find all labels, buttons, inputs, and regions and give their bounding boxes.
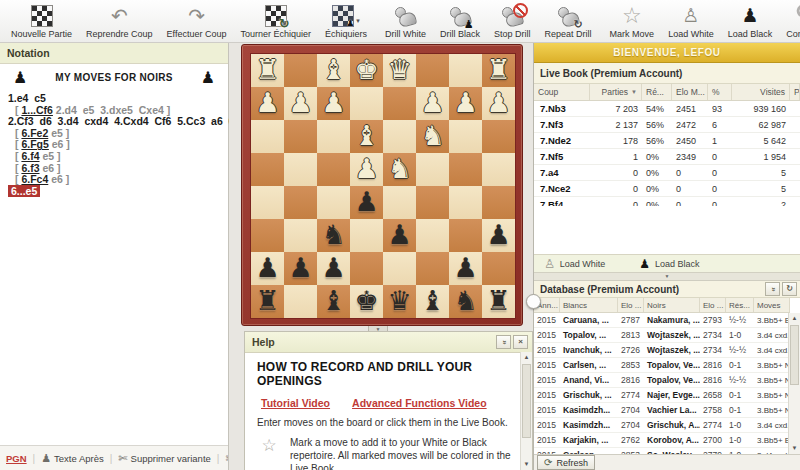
- white-pawn-icon: ♙: [544, 258, 555, 270]
- database-cell: Grischuk, A...: [644, 418, 700, 432]
- livebook-cell: 93: [708, 101, 732, 116]
- square-d7[interactable]: [383, 252, 416, 285]
- square-g5[interactable]: [284, 186, 317, 219]
- square-d1[interactable]: ♛: [383, 54, 416, 87]
- livebook-column-header[interactable]: Elo M...: [672, 84, 708, 100]
- toolbar-label: Drill Black: [440, 29, 480, 39]
- footer-divider: |: [110, 453, 113, 464]
- white-pawn: ♟: [482, 87, 515, 120]
- arm-icon: [394, 6, 417, 27]
- livebook-column-header[interactable]: Visites: [732, 84, 790, 100]
- marked-move[interactable]: 6.f3: [21, 162, 39, 174]
- livebook-cell: 7.Bf4: [534, 197, 590, 206]
- database-cell: ½-½: [726, 343, 754, 357]
- livebook-cell: 0: [708, 181, 732, 196]
- square-b1[interactable]: [449, 54, 482, 87]
- scroll-up-icon[interactable]: ▲: [521, 352, 532, 363]
- livebook-row[interactable]: 7.Nde217856%245015 642: [534, 133, 800, 149]
- database-cell: 2015: [534, 328, 560, 342]
- move-text: e5 ]: [40, 150, 61, 162]
- database-cell: 2726: [618, 343, 644, 357]
- database-cell: 3.Bb5+ N...: [754, 388, 790, 402]
- livebook-cell: 0: [708, 149, 732, 164]
- marked-move[interactable]: 1...Cf6: [21, 104, 53, 116]
- square-g3[interactable]: [284, 120, 317, 153]
- load-black-button[interactable]: ♟ Load Black: [639, 258, 699, 270]
- help-scrollbar[interactable]: ▲ ▼: [520, 352, 532, 470]
- load-buttons-row: ♙ Load White ♟ Load Black: [534, 254, 800, 272]
- drill-black-button[interactable]: ♟Drill Black: [433, 0, 487, 42]
- square-a4[interactable]: [482, 153, 515, 186]
- database-row[interactable]: 2015Caruana, ...2787Nakamura, ...2793½-½…: [534, 313, 790, 328]
- livebook-cell: 7.Nde2: [534, 133, 590, 148]
- black-knight: ♞: [449, 285, 482, 318]
- collapse-button[interactable]: »: [496, 335, 511, 349]
- right-panel: BIENVENUE, LEFOU Live Book (Premium Acco…: [533, 43, 800, 470]
- square-a5[interactable]: [482, 186, 515, 219]
- square-g8[interactable]: [284, 285, 317, 318]
- toolbar-label: Reprendre Coup: [86, 29, 153, 39]
- toolbar-label: Échiquiers: [325, 29, 367, 39]
- welcome-banner: BIENVENUE, LEFOU: [534, 43, 800, 63]
- livebook-cell: 7.Nf3: [534, 117, 590, 132]
- scroll-up-icon[interactable]: ▲: [789, 313, 800, 324]
- database-cell: Carlsen, ...: [560, 358, 618, 372]
- close-icon: ×: [518, 338, 523, 346]
- database-cell: Kasimdzh...: [560, 418, 618, 432]
- square-g4[interactable]: [284, 153, 317, 186]
- toolbar-label: Load White: [668, 29, 714, 39]
- scroll-down-icon[interactable]: ▼: [789, 443, 800, 454]
- database-column-header[interactable]: Elo ...: [700, 298, 726, 312]
- notation-line: 6...e5: [8, 186, 220, 198]
- livebook-cell: 1 954: [732, 149, 790, 164]
- square-f2[interactable]: ♟: [317, 87, 350, 120]
- key-icon: [790, 1, 800, 31]
- square-f5[interactable]: [317, 186, 350, 219]
- livebook-cell: 56%: [642, 117, 672, 132]
- load-black-button[interactable]: ♟Load Black: [721, 0, 780, 42]
- livebook-cell: 7 203: [590, 101, 642, 116]
- square-c6[interactable]: [416, 219, 449, 252]
- database-cell: 3.Bb5+ N...: [754, 373, 790, 387]
- square-e3[interactable]: ♝: [350, 120, 383, 153]
- livebook-cell: 0%: [642, 197, 672, 206]
- square-d5[interactable]: [383, 186, 416, 219]
- shade-icon: »: [499, 340, 507, 343]
- livebook-column-header[interactable]: Ré...: [642, 84, 672, 100]
- help-content: HOW TO RECORD AND DRILL YOUR OPENINGS Tu…: [245, 352, 521, 470]
- database-cell: So, Wesley: [644, 448, 700, 454]
- panel-splitter-handle[interactable]: [526, 294, 541, 309]
- mark-move-button[interactable]: ☆Mark Move: [603, 0, 662, 42]
- current-move[interactable]: 6...e5: [8, 185, 40, 197]
- square-a7[interactable]: [482, 252, 515, 285]
- database-cell: 2704: [618, 403, 644, 417]
- delete-variation-button[interactable]: ✄Supprimer variante: [118, 452, 210, 465]
- livebook-row[interactable]: 7.a400%005: [534, 165, 800, 181]
- square-a2[interactable]: ♟: [482, 87, 515, 120]
- livebook-column-header[interactable]: Players: [790, 84, 800, 100]
- database-cell: 2015: [534, 418, 560, 432]
- help-links: Tutorial VideoAdvanced Functions Video: [261, 397, 513, 409]
- livebook-cell: 0%: [642, 165, 672, 180]
- pgn-button[interactable]: PGN: [6, 453, 27, 464]
- shade-icon: »: [768, 287, 776, 290]
- database-cell: 2704: [618, 418, 644, 432]
- square-d8[interactable]: ♛: [383, 285, 416, 318]
- move-text: e6 ]: [40, 162, 61, 174]
- database-cell: 2015: [534, 358, 560, 372]
- database-cell: 2734: [700, 343, 726, 357]
- pawn-text-icon: ♟: [41, 452, 51, 465]
- move-text: e6 ]: [49, 138, 70, 150]
- square-e5[interactable]: ♟: [350, 186, 383, 219]
- database-cell: 1-0: [726, 328, 754, 342]
- square-f4[interactable]: [317, 153, 350, 186]
- database-cell: 2853: [618, 358, 644, 372]
- database-cell: Caruana, ...: [560, 313, 618, 327]
- database-cell: 2015: [534, 388, 560, 402]
- database-row[interactable]: 2015Kasimdzh...2704Vachier La...27580-13…: [534, 403, 790, 418]
- notation-line: [ 6.Fc4 e6 ]: [8, 174, 220, 186]
- square-b8[interactable]: ♞: [449, 285, 482, 318]
- square-f3[interactable]: [317, 120, 350, 153]
- white-pawn: ♟: [350, 153, 383, 186]
- square-b6[interactable]: [449, 219, 482, 252]
- square-f6[interactable]: ♞: [317, 219, 350, 252]
- white-king: ♚: [350, 54, 383, 87]
- livebook-cell: 2451: [672, 101, 708, 116]
- collapse-button[interactable]: »: [765, 282, 780, 296]
- square-b2[interactable]: ♟: [449, 87, 482, 120]
- database-cell: 2779: [700, 448, 726, 454]
- help-bullet-text: Mark a move to add it to your White or B…: [290, 436, 513, 470]
- database-row[interactable]: 2015Karjakin, ...2762Korobov, A...27001-…: [534, 433, 790, 448]
- right-splitter-handle[interactable]: ▼: [534, 272, 800, 281]
- square-b4[interactable]: [449, 153, 482, 186]
- load-black-label: Load Black: [655, 259, 700, 269]
- square-b7[interactable]: ♟: [449, 252, 482, 285]
- arm-stop-icon: [501, 6, 524, 27]
- database-scrollbar[interactable]: ▲ ▼: [788, 313, 800, 454]
- livebook-cell: 2 137: [590, 117, 642, 132]
- marked-move[interactable]: 6.Fc4: [21, 173, 48, 185]
- livebook-cell: 5 642: [732, 133, 790, 148]
- load-white-button[interactable]: ♙ Load White: [544, 258, 605, 270]
- square-e7[interactable]: [350, 252, 383, 285]
- scroll-thumb[interactable]: [522, 364, 531, 438]
- white-bishop: ♝: [350, 120, 383, 153]
- help-title: Help: [252, 336, 275, 348]
- database-column-header[interactable]: Rés...: [726, 298, 754, 312]
- square-a8[interactable]: ♜: [482, 285, 515, 318]
- chess-board: ♜♝♚♛♜♟♟♟♟♟♟♝♞♟♞♟♞♟♟♟♟♟♟♜♝♚♛♝♞♜: [241, 44, 523, 326]
- marked-move[interactable]: 6.f4: [21, 150, 39, 162]
- black-pawn: ♟: [317, 252, 350, 285]
- livebook-row[interactable]: 7.Nce200%005: [534, 181, 800, 197]
- drill-white-button[interactable]: Drill White: [378, 0, 433, 42]
- square-c3[interactable]: ♞: [416, 120, 449, 153]
- black-queen: ♛: [383, 285, 416, 318]
- square-d2[interactable]: [383, 87, 416, 120]
- database-cell: 3.Bb5+ B...: [754, 313, 790, 327]
- boards-button[interactable]: ♟▾Échiquiers: [318, 0, 374, 42]
- livebook-cell: 2: [732, 197, 790, 206]
- database-column-header[interactable]: Moves: [754, 298, 790, 312]
- database-cell: 2015: [534, 373, 560, 387]
- square-c4[interactable]: [416, 153, 449, 186]
- toolbar-label: Drill White: [385, 29, 426, 39]
- livebook-cell: 939 160: [732, 101, 790, 116]
- square-c7[interactable]: [416, 252, 449, 285]
- database-cell: Topalov, Ve...: [644, 373, 700, 387]
- square-d3[interactable]: [383, 120, 416, 153]
- white-rook: ♜: [251, 54, 284, 87]
- database-cell: 2015: [534, 403, 560, 417]
- square-f1[interactable]: ♝: [317, 54, 350, 87]
- square-h7[interactable]: ♟: [251, 252, 284, 285]
- database-title: Database (Premium Account) » ↻: [534, 281, 800, 298]
- black-rook: ♜: [482, 285, 515, 318]
- square-g1[interactable]: [284, 54, 317, 87]
- square-h5[interactable]: [251, 186, 284, 219]
- database-cell: Karjakin, ...: [560, 433, 618, 447]
- help-link[interactable]: Advanced Functions Video: [352, 397, 487, 409]
- repertoire-header: MY MOVES FOR NOIRS: [0, 64, 228, 91]
- toolbar-label: Tourner Échiquier: [240, 29, 311, 39]
- help-link[interactable]: Tutorial Video: [261, 397, 330, 409]
- refresh-button[interactable]: ⟳ Refresh: [537, 455, 595, 470]
- scroll-down-icon[interactable]: ▼: [521, 459, 532, 470]
- square-e4[interactable]: ♟: [350, 153, 383, 186]
- database-column-header[interactable]: Blancs: [560, 298, 618, 312]
- help-titlebar: Help » ×: [245, 332, 532, 353]
- database-cell: 2793: [700, 313, 726, 327]
- database-cell: ½-½: [726, 373, 754, 387]
- database-cell: ½-½: [726, 313, 754, 327]
- database-cell: 2816: [700, 373, 726, 387]
- notation-footer-toolbar: PGN|♟Texte Après|✄Supprimer variante|✂Co…: [0, 445, 228, 470]
- square-d4[interactable]: ♞: [383, 153, 416, 186]
- database-cell: 2015: [534, 448, 560, 454]
- black-bishop: ♝: [416, 285, 449, 318]
- square-g7[interactable]: ♟: [284, 252, 317, 285]
- database-cell: 2658: [700, 388, 726, 402]
- database-footer: ⟳ Refresh: [534, 454, 800, 470]
- livebook-cell: 6: [708, 117, 732, 132]
- notation-panel: Notation MY MOVES FOR NOIRS 1.e4 c5[ 1..…: [0, 43, 229, 470]
- square-a6[interactable]: ♟: [482, 219, 515, 252]
- marked-move[interactable]: 6.Fe2: [21, 127, 48, 139]
- square-h8[interactable]: ♜: [251, 285, 284, 318]
- livebook-row[interactable]: 7.Nb37 20354%245193939 160: [534, 101, 800, 117]
- arrow-undo-icon: ↶: [111, 5, 128, 27]
- load-white-label: Load White: [560, 259, 606, 269]
- help-heading: HOW TO RECORD AND DRILL YOUR OPENINGS: [257, 360, 513, 388]
- livebook-row[interactable]: 7.Nf32 13756%2472662 987: [534, 117, 800, 133]
- square-f8[interactable]: ♝: [317, 285, 350, 318]
- toolbar-label: Nouvelle Partie: [11, 29, 72, 39]
- database-cell: 2762: [618, 433, 644, 447]
- board-bw-icon: [31, 5, 53, 27]
- livebook-cell: 0: [672, 197, 708, 206]
- database-row[interactable]: 2015Anand, Vi...2816Topalov, Ve...2816½-…: [534, 373, 790, 388]
- square-c2[interactable]: ♟: [416, 87, 449, 120]
- square-a1[interactable]: ♜: [482, 54, 515, 87]
- text-after-button[interactable]: ♟Texte Après: [41, 452, 104, 465]
- livebook-row[interactable]: 7.Nf510%234901 954: [534, 149, 800, 165]
- database-cell: Vachier La...: [644, 403, 700, 417]
- connect-button[interactable]: ▾Connecter: [779, 0, 800, 42]
- make-move-button[interactable]: ↷Effectuer Coup: [160, 0, 234, 42]
- database-row[interactable]: 2015Grischuk, ...2774Najer, Evge...26580…: [534, 388, 790, 403]
- black-bishop: ♝: [317, 285, 350, 318]
- database-cell: 2734: [700, 328, 726, 342]
- livebook-cell: [790, 149, 800, 164]
- square-h6[interactable]: [251, 219, 284, 252]
- square-h3[interactable]: [251, 120, 284, 153]
- marked-move[interactable]: 6.Fg5: [21, 138, 48, 150]
- livebook-cell: 62 987: [732, 117, 790, 132]
- toolbar-label: Load Black: [728, 29, 773, 39]
- scroll-thumb[interactable]: [790, 325, 799, 385]
- livebook-cell: 7.Nf5: [534, 149, 590, 164]
- database-cell: 0-1: [726, 388, 754, 402]
- toolbar-label: Stop Drill: [494, 29, 531, 39]
- database-cell: Ivanchuk, ...: [560, 343, 618, 357]
- toolbar-label: Mark Move: [610, 29, 655, 39]
- black-pawn: ♟: [251, 252, 284, 285]
- star-icon: ☆: [622, 5, 642, 27]
- livebook-cell: 0: [590, 197, 642, 206]
- square-c1[interactable]: [416, 54, 449, 87]
- livebook-cell: 178: [590, 133, 642, 148]
- database-column-header[interactable]: Noirs: [644, 298, 700, 312]
- livebook-row[interactable]: 7.Bf400%002: [534, 197, 800, 206]
- white-bishop: ♝: [317, 54, 350, 87]
- board-area: ♜♝♚♛♜♟♟♟♟♟♟♝♞♟♞♟♞♟♟♟♟♟♟♜♝♚♛♝♞♜ ▼ Help » …: [229, 43, 533, 470]
- square-g2[interactable]: ♟: [284, 87, 317, 120]
- white-pawn: ♟: [416, 87, 449, 120]
- take-back-move-button[interactable]: ↶Reprendre Coup: [79, 0, 160, 42]
- main-toolbar: Nouvelle Partie↶Reprendre Coup↷Effectuer…: [0, 0, 800, 43]
- database-cell: 3.d4 cxd...: [754, 418, 790, 432]
- database-cell: 3.d4 cxd...: [754, 328, 790, 342]
- livebook-cell: 56%: [642, 133, 672, 148]
- square-h2[interactable]: ♟: [251, 87, 284, 120]
- cut-variation-button[interactable]: ✂Couper variante: [225, 452, 228, 465]
- livebook-cell: 2472: [672, 117, 708, 132]
- load-white-button[interactable]: ♙Load White: [661, 0, 721, 42]
- square-d6[interactable]: ♟: [383, 219, 416, 252]
- square-e2[interactable]: [350, 87, 383, 120]
- square-e8[interactable]: ♚: [350, 285, 383, 318]
- livebook-cell: [790, 197, 800, 206]
- white-knight: ♞: [416, 120, 449, 153]
- livebook-cell: 0%: [642, 149, 672, 164]
- square-b5[interactable]: [449, 186, 482, 219]
- square-e1[interactable]: ♚: [350, 54, 383, 87]
- livebook-cell: 2349: [672, 149, 708, 164]
- livebook-cell: 1: [708, 133, 732, 148]
- square-a3[interactable]: [482, 120, 515, 153]
- livebook-cell: [790, 181, 800, 196]
- white-pawn: ♟: [449, 87, 482, 120]
- database-cell: 2700: [700, 433, 726, 447]
- footer-divider: |: [217, 453, 220, 464]
- footer-label: Supprimer variante: [131, 453, 211, 464]
- black-pawn: ♟: [449, 252, 482, 285]
- database-row[interactable]: 2015Ivanchuk, ...2726Wojtaszek, ...2734½…: [534, 343, 790, 358]
- repeat-drill-button[interactable]: ↻Repeat Drill: [538, 0, 599, 42]
- livebook-cell: 7.Nb3: [534, 101, 590, 116]
- stop-drill-button[interactable]: Stop Drill: [487, 0, 538, 42]
- close-button[interactable]: ×: [513, 335, 528, 349]
- square-g6[interactable]: [284, 219, 317, 252]
- database-cell: 3.d4 cxd...: [754, 343, 790, 357]
- livebook-cell: 0: [590, 181, 642, 196]
- help-intro: Enter moves on the board or click them i…: [257, 417, 513, 428]
- prune-icon: ✄: [118, 452, 127, 465]
- board-grid: ♜♝♚♛♜♟♟♟♟♟♟♝♞♟♞♟♞♟♟♟♟♟♟♜♝♚♛♝♞♜: [250, 53, 516, 319]
- database-row[interactable]: 2015Carlsen, ...2853Topalov, Ve...28160-…: [534, 358, 790, 373]
- livebook-cell: 1: [590, 149, 642, 164]
- refresh-icon-button[interactable]: ↻: [782, 282, 797, 296]
- database-cell: 2813: [618, 328, 644, 342]
- new-game-button[interactable]: Nouvelle Partie: [4, 0, 79, 42]
- tab-notation[interactable]: Notation: [0, 43, 228, 64]
- square-h4[interactable]: [251, 153, 284, 186]
- database-cell: Kasimdzh...: [560, 403, 618, 417]
- square-c8[interactable]: ♝: [416, 285, 449, 318]
- livebook-column-header[interactable]: %: [708, 84, 732, 100]
- square-e6[interactable]: [350, 219, 383, 252]
- database-cell: 2816: [618, 373, 644, 387]
- livebook-cell: 0: [672, 165, 708, 180]
- database-cell: 0-1: [726, 403, 754, 417]
- database-cell: 1-0: [726, 448, 754, 454]
- database-column-header[interactable]: Elo ...: [618, 298, 644, 312]
- toolbar-label: Repeat Drill: [545, 29, 592, 39]
- scissors-icon: ✂: [225, 452, 228, 465]
- square-h1[interactable]: ♜: [251, 54, 284, 87]
- black-pawn-icon: [13, 68, 27, 87]
- database-cell: Anand, Vi...: [560, 373, 618, 387]
- square-c5[interactable]: [416, 186, 449, 219]
- database-cell: Wojtaszek, ...: [644, 328, 700, 342]
- board-color-icon: ♟: [332, 5, 354, 27]
- database-cell: 3.Bb5+ N...: [754, 358, 790, 372]
- database-row[interactable]: 2015Kasimdzh...2704Grischuk, A...27741-0…: [534, 418, 790, 433]
- database-row[interactable]: 2015Carlsen, ...2853So, Wesley27791-03.d…: [534, 448, 790, 454]
- square-f7[interactable]: ♟: [317, 252, 350, 285]
- livebook-cell: [790, 133, 800, 148]
- livebook-column-header[interactable]: Coup: [534, 84, 590, 100]
- flip-board-button[interactable]: ↻Tourner Échiquier: [233, 0, 318, 42]
- database-row[interactable]: 2015Topalov, ...2813Wojtaszek, ...27341-…: [534, 328, 790, 343]
- square-b3[interactable]: [449, 120, 482, 153]
- database-cell: 2816: [700, 358, 726, 372]
- white-pawn: ♟: [251, 87, 284, 120]
- white-pawn: ♟: [317, 87, 350, 120]
- black-pawn: ♟: [284, 252, 317, 285]
- white-rook: ♜: [482, 54, 515, 87]
- livebook-column-header[interactable]: Parties▼: [590, 84, 642, 100]
- arrow-redo-icon: ↷: [188, 5, 205, 27]
- database-cell: Najer, Evge...: [644, 388, 700, 402]
- database-rows: 2015Caruana, ...2787Nakamura, ...2793½-½…: [534, 313, 790, 454]
